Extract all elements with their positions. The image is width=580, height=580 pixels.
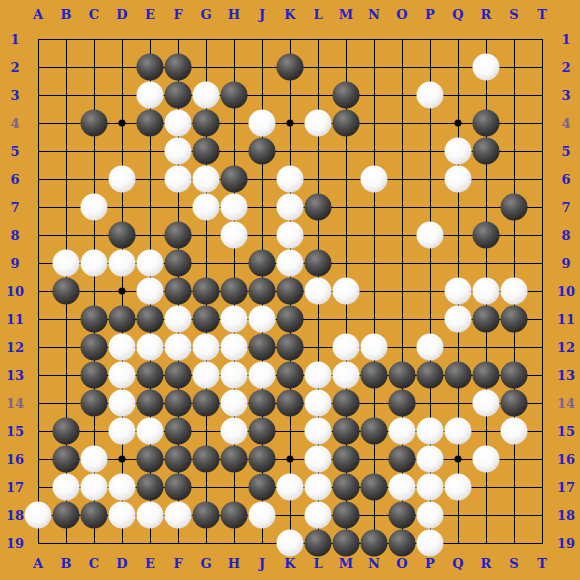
coordinate-label: M (339, 8, 353, 21)
black-stone (333, 446, 360, 473)
coordinate-label: G (200, 8, 211, 21)
black-stone (193, 138, 220, 165)
coordinate-label: 2 (561, 61, 570, 74)
black-stone (249, 278, 276, 305)
white-stone (333, 278, 360, 305)
black-stone (53, 502, 80, 529)
coordinate-label: R (481, 557, 492, 570)
coordinate-label: E (145, 8, 155, 21)
coordinate-label: 12 (6, 341, 24, 354)
black-stone (193, 390, 220, 417)
coordinate-label: 9 (10, 257, 19, 270)
black-stone (249, 390, 276, 417)
white-stone (417, 530, 444, 557)
coordinate-label: J (259, 557, 265, 570)
coordinate-label: B (61, 557, 72, 570)
coordinate-label: N (368, 557, 380, 570)
black-stone (277, 306, 304, 333)
white-stone (109, 474, 136, 501)
hoshi-star-point (119, 288, 126, 295)
coordinate-label: A (33, 557, 43, 570)
coordinate-label: 3 (10, 89, 19, 102)
coordinate-label: 7 (561, 201, 570, 214)
black-stone (137, 446, 164, 473)
white-stone (137, 250, 164, 277)
white-stone (193, 166, 220, 193)
black-stone (305, 250, 332, 277)
black-stone (473, 110, 500, 137)
black-stone (193, 110, 220, 137)
black-stone (221, 446, 248, 473)
white-stone (109, 334, 136, 361)
white-stone (81, 250, 108, 277)
white-stone (81, 194, 108, 221)
go-board-screen: AABBCCDDEEFFGGHHJJKKLLMMNNOOPPQQRRSSTT11… (0, 0, 580, 580)
black-stone (389, 362, 416, 389)
white-stone (109, 250, 136, 277)
black-stone (361, 474, 388, 501)
black-stone (137, 390, 164, 417)
black-stone (81, 502, 108, 529)
hoshi-star-point (119, 456, 126, 463)
black-stone (109, 222, 136, 249)
white-stone (473, 446, 500, 473)
coordinate-label: 10 (557, 285, 575, 298)
black-stone (249, 334, 276, 361)
white-stone (25, 502, 52, 529)
black-stone (249, 474, 276, 501)
black-stone (333, 502, 360, 529)
black-stone (501, 306, 528, 333)
white-stone (333, 334, 360, 361)
white-stone (361, 334, 388, 361)
black-stone (109, 306, 136, 333)
white-stone (473, 54, 500, 81)
black-stone (53, 446, 80, 473)
black-stone (81, 390, 108, 417)
coordinate-label: 17 (557, 481, 575, 494)
black-stone (193, 306, 220, 333)
white-stone (277, 530, 304, 557)
black-stone (277, 54, 304, 81)
coordinate-label: F (173, 557, 182, 570)
coordinate-label: C (89, 557, 99, 570)
white-stone (165, 334, 192, 361)
white-stone (473, 390, 500, 417)
white-stone (53, 250, 80, 277)
white-stone (249, 306, 276, 333)
black-stone (165, 446, 192, 473)
white-stone (137, 278, 164, 305)
coordinate-label: C (89, 8, 99, 21)
white-stone (109, 166, 136, 193)
coordinate-label: 16 (557, 453, 575, 466)
white-stone (109, 390, 136, 417)
white-stone (221, 306, 248, 333)
black-stone (333, 530, 360, 557)
white-stone (277, 222, 304, 249)
black-stone (81, 306, 108, 333)
white-stone (445, 166, 472, 193)
black-stone (137, 110, 164, 137)
coordinate-label: S (509, 557, 518, 570)
white-stone (221, 194, 248, 221)
white-stone (193, 362, 220, 389)
white-stone (53, 474, 80, 501)
black-stone (389, 390, 416, 417)
white-stone (445, 306, 472, 333)
white-stone (305, 418, 332, 445)
black-stone (137, 54, 164, 81)
black-stone (165, 390, 192, 417)
black-stone (165, 54, 192, 81)
coordinate-label: 6 (10, 173, 19, 186)
white-stone (417, 82, 444, 109)
coordinate-label: 5 (561, 145, 570, 158)
white-stone (249, 502, 276, 529)
white-stone (445, 418, 472, 445)
black-stone (473, 222, 500, 249)
white-stone (221, 222, 248, 249)
coordinate-label: 11 (557, 313, 575, 326)
coordinate-label: 8 (10, 229, 19, 242)
black-stone (473, 306, 500, 333)
coordinate-label: Q (452, 557, 463, 570)
coordinate-label: P (425, 557, 435, 570)
white-stone (165, 110, 192, 137)
black-stone (193, 502, 220, 529)
coordinate-label: O (396, 557, 407, 570)
black-stone (221, 502, 248, 529)
coordinate-label: D (116, 8, 127, 21)
hoshi-star-point (455, 456, 462, 463)
white-stone (81, 446, 108, 473)
black-stone (137, 474, 164, 501)
coordinate-label: 12 (557, 341, 575, 354)
white-stone (445, 474, 472, 501)
white-stone (445, 138, 472, 165)
white-stone (417, 474, 444, 501)
black-stone (305, 530, 332, 557)
black-stone (249, 138, 276, 165)
white-stone (165, 306, 192, 333)
coordinate-label: 18 (6, 509, 24, 522)
coordinate-label: 14 (557, 397, 575, 410)
coordinate-label: A (33, 8, 43, 21)
coordinate-label: 11 (6, 313, 24, 326)
black-stone (193, 278, 220, 305)
white-stone (137, 334, 164, 361)
coordinate-label: H (228, 557, 240, 570)
coordinate-label: 3 (561, 89, 570, 102)
white-stone (109, 418, 136, 445)
white-stone (277, 194, 304, 221)
black-stone (193, 446, 220, 473)
coordinate-label: 19 (557, 537, 575, 550)
coordinate-label: 4 (561, 117, 570, 130)
coordinate-label: 13 (6, 369, 24, 382)
white-stone (361, 166, 388, 193)
coordinate-label: N (368, 8, 380, 21)
coordinate-label: S (509, 8, 518, 21)
white-stone (445, 278, 472, 305)
white-stone (501, 278, 528, 305)
coordinate-label: P (425, 8, 435, 21)
white-stone (221, 334, 248, 361)
black-stone (473, 138, 500, 165)
coordinate-label: M (339, 557, 353, 570)
white-stone (277, 474, 304, 501)
black-stone (389, 502, 416, 529)
white-stone (249, 110, 276, 137)
black-stone (165, 418, 192, 445)
coordinate-label: 14 (6, 397, 24, 410)
black-stone (333, 110, 360, 137)
black-stone (361, 530, 388, 557)
white-stone (193, 194, 220, 221)
black-stone (501, 390, 528, 417)
black-stone (165, 474, 192, 501)
white-stone (221, 362, 248, 389)
black-stone (333, 390, 360, 417)
white-stone (137, 502, 164, 529)
white-stone (305, 390, 332, 417)
white-stone (165, 166, 192, 193)
coordinate-label: 17 (6, 481, 24, 494)
black-stone (249, 446, 276, 473)
hoshi-star-point (455, 120, 462, 127)
black-stone (333, 418, 360, 445)
white-stone (333, 362, 360, 389)
black-stone (165, 82, 192, 109)
black-stone (473, 362, 500, 389)
black-stone (333, 82, 360, 109)
black-stone (81, 334, 108, 361)
white-stone (277, 166, 304, 193)
black-stone (165, 278, 192, 305)
black-stone (501, 194, 528, 221)
coordinate-label: 10 (6, 285, 24, 298)
black-stone (361, 418, 388, 445)
coordinate-label: 5 (10, 145, 19, 158)
coordinate-label: L (313, 557, 322, 570)
white-stone (417, 334, 444, 361)
black-stone (445, 362, 472, 389)
black-stone (165, 362, 192, 389)
coordinate-label: 9 (561, 257, 570, 270)
black-stone (165, 222, 192, 249)
coordinate-label: R (481, 8, 492, 21)
black-stone (81, 110, 108, 137)
white-stone (417, 418, 444, 445)
black-stone (277, 278, 304, 305)
coordinate-label: J (259, 8, 265, 21)
coordinate-label: K (284, 8, 295, 21)
coordinate-label: 4 (10, 117, 19, 130)
hoshi-star-point (287, 456, 294, 463)
hoshi-star-point (119, 120, 126, 127)
black-stone (137, 362, 164, 389)
black-stone (305, 194, 332, 221)
coordinate-label: T (537, 557, 547, 570)
white-stone (305, 110, 332, 137)
white-stone (81, 474, 108, 501)
coordinate-label: T (537, 8, 547, 21)
white-stone (277, 250, 304, 277)
white-stone (417, 222, 444, 249)
coordinate-label: G (200, 557, 211, 570)
black-stone (249, 250, 276, 277)
coordinate-label: D (116, 557, 127, 570)
coordinate-label: 19 (6, 537, 24, 550)
coordinate-label: Q (452, 8, 463, 21)
white-stone (249, 362, 276, 389)
white-stone (501, 418, 528, 445)
coordinate-label: 16 (6, 453, 24, 466)
black-stone (361, 362, 388, 389)
coordinate-label: 2 (10, 61, 19, 74)
black-stone (333, 474, 360, 501)
black-stone (53, 418, 80, 445)
black-stone (389, 446, 416, 473)
white-stone (305, 278, 332, 305)
black-stone (277, 334, 304, 361)
black-stone (277, 390, 304, 417)
black-stone (53, 278, 80, 305)
white-stone (221, 390, 248, 417)
white-stone (137, 82, 164, 109)
white-stone (305, 502, 332, 529)
white-stone (417, 502, 444, 529)
white-stone (193, 334, 220, 361)
white-stone (305, 474, 332, 501)
white-stone (193, 82, 220, 109)
white-stone (165, 138, 192, 165)
coordinate-label: 1 (10, 33, 19, 46)
black-stone (221, 166, 248, 193)
black-stone (221, 278, 248, 305)
coordinate-label: H (228, 8, 240, 21)
coordinate-label: 6 (561, 173, 570, 186)
white-stone (109, 502, 136, 529)
white-stone (473, 278, 500, 305)
black-stone (277, 362, 304, 389)
black-stone (81, 362, 108, 389)
white-stone (305, 446, 332, 473)
white-stone (165, 502, 192, 529)
black-stone (417, 362, 444, 389)
coordinate-label: 1 (561, 33, 570, 46)
white-stone (221, 418, 248, 445)
black-stone (221, 82, 248, 109)
hoshi-star-point (287, 120, 294, 127)
coordinate-label: 15 (6, 425, 24, 438)
white-stone (417, 446, 444, 473)
coordinate-label: O (396, 8, 407, 21)
coordinate-label: 8 (561, 229, 570, 242)
white-stone (109, 362, 136, 389)
black-stone (137, 306, 164, 333)
black-stone (389, 530, 416, 557)
coordinate-label: F (173, 8, 182, 21)
black-stone (501, 362, 528, 389)
coordinate-label: 13 (557, 369, 575, 382)
coordinate-label: K (284, 557, 295, 570)
white-stone (389, 418, 416, 445)
coordinate-label: E (145, 557, 155, 570)
white-stone (305, 362, 332, 389)
coordinate-label: 15 (557, 425, 575, 438)
white-stone (137, 418, 164, 445)
black-stone (249, 418, 276, 445)
coordinate-label: 7 (10, 201, 19, 214)
coordinate-label: B (61, 8, 72, 21)
black-stone (165, 250, 192, 277)
coordinate-label: 18 (557, 509, 575, 522)
coordinate-label: L (313, 8, 322, 21)
white-stone (389, 474, 416, 501)
